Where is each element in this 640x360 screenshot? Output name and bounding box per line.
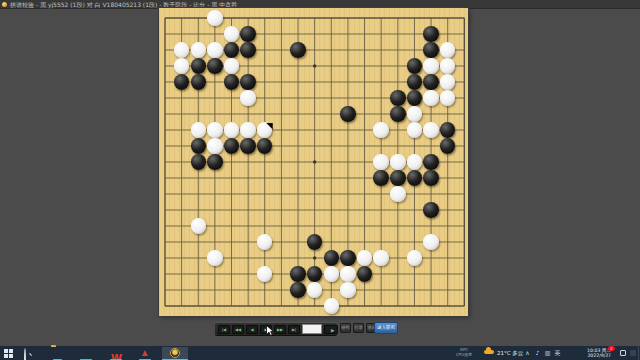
workspace: |◀◀◀◀▶▶▶▶| ▶ 研究打谱退出 进入研究 (0, 9, 640, 346)
white-stone (257, 234, 272, 249)
white-stone (407, 154, 422, 169)
move-nav-button[interactable]: ▶▶ (274, 325, 286, 334)
white-stone (257, 266, 272, 281)
black-stone (307, 266, 322, 281)
black-stone (407, 74, 422, 89)
black-stone (423, 42, 438, 57)
black-stone (390, 170, 405, 185)
white-stone (324, 298, 339, 313)
nav-button-group: |◀◀◀◀▶▶▶▶| (218, 325, 300, 334)
white-stone (174, 58, 189, 73)
white-stone (207, 138, 222, 153)
tray-icon[interactable]: ∧ (524, 348, 531, 357)
system-tray: ∧♪▥英 (524, 348, 561, 357)
white-stone (224, 58, 239, 73)
monitor-line2: CPU温度 (446, 353, 482, 358)
move-nav-button[interactable]: ◀◀ (232, 325, 244, 334)
move-nav-button[interactable]: |◀ (218, 325, 230, 334)
black-stone (191, 154, 206, 169)
white-stone (207, 250, 222, 265)
black-stone (240, 138, 255, 153)
black-stone (440, 138, 455, 153)
black-stone (407, 170, 422, 185)
mouse-cursor (266, 325, 275, 336)
white-stone (207, 42, 222, 57)
white-stone (390, 154, 405, 169)
weather-icon (484, 350, 494, 354)
black-stone (307, 234, 322, 249)
move-aux-button[interactable]: ▶ (324, 325, 338, 334)
black-stone (340, 250, 355, 265)
black-stone (423, 170, 438, 185)
start-button[interactable] (4, 349, 13, 358)
go-app-icon (170, 348, 180, 358)
enter-study-button[interactable]: 进入研究 (374, 322, 398, 334)
black-stone (407, 58, 422, 73)
move-nav-button[interactable]: ▶| (288, 325, 300, 334)
white-stone (423, 234, 438, 249)
action-button[interactable]: 研究 (340, 323, 351, 333)
white-stone (224, 26, 239, 41)
action-center-icon[interactable] (620, 350, 626, 356)
white-stone (423, 122, 438, 137)
black-stone (340, 106, 355, 121)
white-stone (174, 42, 189, 57)
notification-badge: 2 (608, 346, 615, 351)
black-stone (290, 282, 305, 297)
tray-icon[interactable]: 英 (554, 348, 561, 357)
black-stone (207, 154, 222, 169)
white-stone (440, 58, 455, 73)
white-stone (373, 154, 388, 169)
black-stone (390, 90, 405, 105)
clock-date: 2022/9/27 (583, 353, 611, 358)
white-stone (357, 250, 372, 265)
black-stone (390, 106, 405, 121)
white-stone (373, 250, 388, 265)
tray-icon[interactable]: ▥ (544, 348, 551, 357)
black-stone (324, 250, 339, 265)
weather-widget[interactable]: 21°C 多云 (497, 349, 523, 357)
white-stone (191, 218, 206, 233)
screen: 棋谱校验 - 黑 yj5552 (1段) 对 白 V180405213 (1段)… (0, 0, 640, 360)
black-stone (240, 42, 255, 57)
black-stone (191, 74, 206, 89)
black-stone (174, 74, 189, 89)
black-stone (373, 170, 388, 185)
white-stone (423, 58, 438, 73)
touch-keyboard-icon[interactable] (630, 350, 636, 356)
tray-icon[interactable]: ♪ (534, 348, 541, 357)
action-button-group: 研究打谱退出 (340, 323, 377, 333)
white-stone (307, 282, 322, 297)
black-stone (191, 58, 206, 73)
go-board[interactable] (159, 8, 468, 316)
white-stone (373, 122, 388, 137)
white-stone (440, 90, 455, 105)
black-stone (224, 74, 239, 89)
star-point (313, 256, 317, 260)
action-button[interactable]: 打谱 (353, 323, 364, 333)
white-stone (390, 186, 405, 201)
white-stone (191, 122, 206, 137)
black-stone (224, 138, 239, 153)
app-icon (2, 2, 7, 7)
weather-desc: 多云 (512, 350, 523, 356)
black-stone (290, 266, 305, 281)
taskbar-go-app-active[interactable] (162, 347, 188, 360)
black-stone (240, 26, 255, 41)
white-stone (407, 250, 422, 265)
white-stone (423, 90, 438, 105)
black-stone (440, 122, 455, 137)
black-stone (407, 90, 422, 105)
weather-temp: 21°C (497, 350, 511, 356)
black-stone (423, 26, 438, 41)
white-stone (240, 90, 255, 105)
white-stone (324, 266, 339, 281)
black-stone (357, 266, 372, 281)
search-button[interactable] (24, 349, 26, 360)
system-monitor-widget[interactable]: NPC CPU温度 (446, 348, 482, 357)
black-stone (240, 74, 255, 89)
black-stone (423, 202, 438, 217)
move-navigation-bar: |◀◀◀◀▶▶▶▶| ▶ (215, 322, 337, 336)
white-stone (440, 74, 455, 89)
black-stone (257, 138, 272, 153)
black-stone (191, 138, 206, 153)
move-counter-input[interactable] (302, 324, 322, 334)
windows-logo-icon (4, 349, 13, 358)
star-point (313, 160, 317, 164)
white-stone (207, 10, 222, 25)
aux-button-group: ▶ (324, 325, 338, 334)
black-stone (290, 42, 305, 57)
white-stone (407, 122, 422, 137)
white-stone (340, 266, 355, 281)
white-stone (224, 122, 239, 137)
move-nav-button[interactable]: ◀ (246, 325, 258, 334)
white-stone (407, 106, 422, 121)
white-stone (191, 42, 206, 57)
search-icon (24, 348, 26, 360)
black-stone (423, 74, 438, 89)
taskbar-clock[interactable]: 10:03 周二 2022/9/27 (583, 348, 611, 359)
white-stone (340, 282, 355, 297)
black-stone (207, 58, 222, 73)
star-point (313, 64, 317, 68)
black-stone (224, 42, 239, 57)
white-stone (440, 42, 455, 57)
black-stone (423, 154, 438, 169)
white-stone (207, 122, 222, 137)
white-stone (240, 122, 255, 137)
